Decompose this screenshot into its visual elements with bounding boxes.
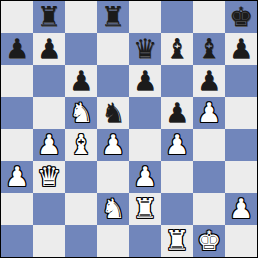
piece-white-knight[interactable]: ♞ xyxy=(101,193,125,225)
piece-white-queen[interactable]: ♛ xyxy=(37,161,61,193)
square-b8[interactable]: ♜ xyxy=(33,1,65,33)
piece-black-pawn[interactable]: ♟ xyxy=(5,33,29,65)
square-f4[interactable]: ♟ xyxy=(161,129,193,161)
square-a1[interactable] xyxy=(1,225,33,257)
square-e3[interactable]: ♟ xyxy=(129,161,161,193)
piece-black-pawn[interactable]: ♟ xyxy=(229,33,253,65)
piece-black-queen[interactable]: ♛ xyxy=(133,33,157,65)
piece-white-pawn[interactable]: ♟ xyxy=(133,161,157,193)
square-h6[interactable] xyxy=(225,65,257,97)
square-f1[interactable]: ♜ xyxy=(161,225,193,257)
square-h4[interactable] xyxy=(225,129,257,161)
square-c4[interactable]: ♝ xyxy=(65,129,97,161)
piece-black-pawn[interactable]: ♟ xyxy=(69,65,93,97)
square-f5[interactable]: ♟ xyxy=(161,97,193,129)
piece-white-rook[interactable]: ♜ xyxy=(133,193,157,225)
square-a2[interactable] xyxy=(1,193,33,225)
square-e1[interactable] xyxy=(129,225,161,257)
square-h1[interactable] xyxy=(225,225,257,257)
chess-board: ♜♜♚♟♟♛♝♝♟♟♟♟♞♞♟♟♟♝♟♟♟♛♟♞♜♟♜♚ xyxy=(0,0,258,258)
piece-white-pawn[interactable]: ♟ xyxy=(229,193,253,225)
square-h5[interactable] xyxy=(225,97,257,129)
square-e6[interactable]: ♟ xyxy=(129,65,161,97)
square-g1[interactable]: ♚ xyxy=(193,225,225,257)
square-g6[interactable]: ♟ xyxy=(193,65,225,97)
square-c7[interactable] xyxy=(65,33,97,65)
square-f2[interactable] xyxy=(161,193,193,225)
piece-white-rook[interactable]: ♜ xyxy=(165,225,189,257)
piece-black-bishop[interactable]: ♝ xyxy=(197,33,221,65)
square-g4[interactable] xyxy=(193,129,225,161)
piece-black-pawn[interactable]: ♟ xyxy=(133,65,157,97)
piece-white-king[interactable]: ♚ xyxy=(197,225,221,257)
square-d1[interactable] xyxy=(97,225,129,257)
square-f7[interactable]: ♝ xyxy=(161,33,193,65)
square-g2[interactable] xyxy=(193,193,225,225)
square-f3[interactable] xyxy=(161,161,193,193)
square-b1[interactable] xyxy=(33,225,65,257)
square-d4[interactable]: ♟ xyxy=(97,129,129,161)
square-d7[interactable] xyxy=(97,33,129,65)
piece-white-bishop[interactable]: ♝ xyxy=(69,129,93,161)
square-h8[interactable]: ♚ xyxy=(225,1,257,33)
square-g3[interactable] xyxy=(193,161,225,193)
square-a6[interactable] xyxy=(1,65,33,97)
square-f6[interactable] xyxy=(161,65,193,97)
square-c8[interactable] xyxy=(65,1,97,33)
piece-black-rook[interactable]: ♜ xyxy=(101,1,125,33)
square-g8[interactable] xyxy=(193,1,225,33)
square-d5[interactable]: ♞ xyxy=(97,97,129,129)
square-a3[interactable]: ♟ xyxy=(1,161,33,193)
square-e5[interactable] xyxy=(129,97,161,129)
square-f8[interactable] xyxy=(161,1,193,33)
piece-white-pawn[interactable]: ♟ xyxy=(37,129,61,161)
square-c6[interactable]: ♟ xyxy=(65,65,97,97)
square-a4[interactable] xyxy=(1,129,33,161)
square-a8[interactable] xyxy=(1,1,33,33)
square-h2[interactable]: ♟ xyxy=(225,193,257,225)
piece-white-pawn[interactable]: ♟ xyxy=(197,97,221,129)
piece-black-bishop[interactable]: ♝ xyxy=(165,33,189,65)
square-e8[interactable] xyxy=(129,1,161,33)
square-d2[interactable]: ♞ xyxy=(97,193,129,225)
square-c3[interactable] xyxy=(65,161,97,193)
square-h3[interactable] xyxy=(225,161,257,193)
square-b2[interactable] xyxy=(33,193,65,225)
piece-white-pawn[interactable]: ♟ xyxy=(165,129,189,161)
square-c5[interactable]: ♞ xyxy=(65,97,97,129)
square-d6[interactable] xyxy=(97,65,129,97)
square-c2[interactable] xyxy=(65,193,97,225)
piece-black-knight[interactable]: ♞ xyxy=(101,97,125,129)
square-b4[interactable]: ♟ xyxy=(33,129,65,161)
square-d8[interactable]: ♜ xyxy=(97,1,129,33)
piece-black-pawn[interactable]: ♟ xyxy=(37,33,61,65)
piece-black-pawn[interactable]: ♟ xyxy=(165,97,189,129)
piece-white-knight[interactable]: ♞ xyxy=(69,97,93,129)
board-grid: ♜♜♚♟♟♛♝♝♟♟♟♟♞♞♟♟♟♝♟♟♟♛♟♞♜♟♜♚ xyxy=(1,1,257,257)
square-a7[interactable]: ♟ xyxy=(1,33,33,65)
square-c1[interactable] xyxy=(65,225,97,257)
piece-black-rook[interactable]: ♜ xyxy=(37,1,61,33)
square-e2[interactable]: ♜ xyxy=(129,193,161,225)
square-e4[interactable] xyxy=(129,129,161,161)
square-b7[interactable]: ♟ xyxy=(33,33,65,65)
square-b6[interactable] xyxy=(33,65,65,97)
square-e7[interactable]: ♛ xyxy=(129,33,161,65)
square-d3[interactable] xyxy=(97,161,129,193)
square-a5[interactable] xyxy=(1,97,33,129)
piece-black-king[interactable]: ♚ xyxy=(229,1,253,33)
square-g7[interactable]: ♝ xyxy=(193,33,225,65)
square-g5[interactable]: ♟ xyxy=(193,97,225,129)
piece-black-pawn[interactable]: ♟ xyxy=(197,65,221,97)
square-h7[interactable]: ♟ xyxy=(225,33,257,65)
piece-white-pawn[interactable]: ♟ xyxy=(5,161,29,193)
square-b5[interactable] xyxy=(33,97,65,129)
piece-white-pawn[interactable]: ♟ xyxy=(101,129,125,161)
square-b3[interactable]: ♛ xyxy=(33,161,65,193)
